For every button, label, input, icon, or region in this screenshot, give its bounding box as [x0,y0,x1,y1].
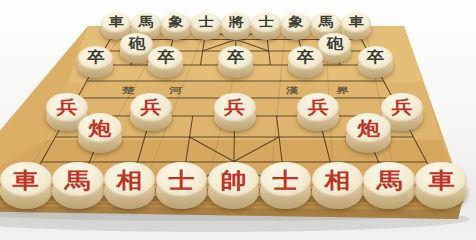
xiangqi-board[interactable]: 楚河 漢界 [0,0,476,240]
grid-line [235,29,236,65]
river-text-right: 漢界 [286,86,386,96]
river-text-left: 楚河 [121,86,216,96]
wood-shade-near [0,140,464,196]
photo-stage: 楚河 漢界 車馬象士將士象馬車砲砲卒卒卒卒卒兵兵兵兵兵炮炮車馬相士帥士相馬車 [0,0,476,240]
